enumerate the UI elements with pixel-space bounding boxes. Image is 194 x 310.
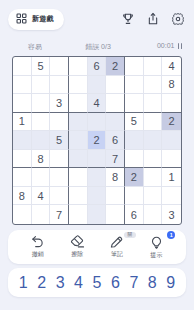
timer: 00:01 [157, 42, 175, 49]
sudoku-cell-r4c2[interactable] [32, 113, 51, 132]
hint-button[interactable]: 1 提示 [139, 230, 173, 264]
sudoku-cell-r7c3[interactable] [50, 168, 69, 187]
sudoku-cell-r2c8[interactable] [144, 76, 163, 95]
sudoku-cell-r8c9[interactable] [162, 187, 181, 206]
sudoku-cell-r9c1[interactable] [13, 205, 32, 224]
sudoku-cell-r6c4[interactable] [69, 150, 88, 169]
sudoku-cell-r5c4[interactable] [69, 131, 88, 150]
sudoku-cell-r8c1[interactable]: 8 [13, 187, 32, 206]
status-bar: 容易 錯誤 0/3 00:01 [14, 42, 182, 52]
sudoku-cell-r1c7[interactable] [125, 57, 144, 76]
sudoku-cell-r8c8[interactable] [144, 187, 163, 206]
numpad-key-1[interactable]: 1 [18, 273, 29, 293]
sudoku-cell-r7c8[interactable] [144, 168, 163, 187]
hint-count-badge: 1 [167, 231, 175, 239]
sudoku-cell-r4c5[interactable] [88, 113, 107, 132]
sudoku-cell-r8c6[interactable] [106, 187, 125, 206]
sudoku-cell-r5c9[interactable] [162, 131, 181, 150]
sudoku-cell-r6c9[interactable] [162, 150, 181, 169]
sudoku-cell-r2c4[interactable] [69, 76, 88, 95]
sudoku-cell-r3c2[interactable] [32, 94, 51, 113]
sudoku-cell-r5c2[interactable] [32, 131, 51, 150]
sudoku-cell-r4c9[interactable]: 2 [162, 113, 181, 132]
sudoku-cell-r1c9[interactable]: 4 [162, 57, 181, 76]
sudoku-cell-r1c1[interactable] [13, 57, 32, 76]
numpad-key-2[interactable]: 2 [36, 273, 47, 293]
sudoku-cell-r4c6[interactable] [106, 113, 125, 132]
sudoku-cell-r1c2[interactable]: 5 [32, 57, 51, 76]
sudoku-cell-r8c2[interactable]: 4 [32, 187, 51, 206]
sudoku-cell-r1c5[interactable]: 6 [88, 57, 107, 76]
numpad-key-7[interactable]: 7 [128, 273, 139, 293]
sudoku-cell-r3c4[interactable] [69, 94, 88, 113]
sudoku-cell-r7c2[interactable] [32, 168, 51, 187]
trophy-icon[interactable] [120, 11, 136, 27]
sudoku-cell-r7c4[interactable] [69, 168, 88, 187]
sudoku-cell-r2c5[interactable] [88, 76, 107, 95]
settings-icon[interactable] [170, 11, 186, 27]
pencil-icon [109, 235, 124, 248]
pause-icon[interactable] [178, 43, 183, 49]
top-bar: 新遊戲 [8, 8, 186, 30]
sudoku-cell-r6c1[interactable] [13, 150, 32, 169]
sudoku-cell-r3c3[interactable]: 3 [50, 94, 69, 113]
sudoku-cell-r9c2[interactable] [32, 205, 51, 224]
notes-toggle-badge: 關 [124, 232, 136, 238]
numpad-key-6[interactable]: 6 [110, 273, 121, 293]
number-pad: 123456789 [8, 268, 186, 297]
grid-icon [16, 10, 27, 28]
sudoku-cell-r9c4[interactable] [69, 205, 88, 224]
notes-button[interactable]: 關 筆記 [100, 230, 134, 264]
sudoku-cell-r6c2[interactable]: 8 [32, 150, 51, 169]
sudoku-cell-r3c7[interactable] [125, 94, 144, 113]
erase-label: 擦除 [71, 250, 83, 259]
sudoku-cell-r4c7[interactable]: 5 [125, 113, 144, 132]
sudoku-cell-r1c8[interactable] [144, 57, 163, 76]
sudoku-cell-r5c5[interactable]: 2 [88, 131, 107, 150]
sudoku-cell-r8c3[interactable] [50, 187, 69, 206]
sudoku-cell-r6c3[interactable] [50, 150, 69, 169]
sudoku-cell-r8c5[interactable] [88, 187, 107, 206]
sudoku-cell-r7c9[interactable]: 1 [162, 168, 181, 187]
sudoku-cell-r2c6[interactable] [106, 76, 125, 95]
sudoku-cell-r4c8[interactable] [144, 113, 163, 132]
sudoku-cell-r4c3[interactable] [50, 113, 69, 132]
sudoku-cell-r5c3[interactable]: 5 [50, 131, 69, 150]
sudoku-cell-r7c7[interactable]: 2 [125, 168, 144, 187]
sudoku-cell-r3c6[interactable] [106, 94, 125, 113]
sudoku-cell-r1c4[interactable] [69, 57, 88, 76]
sudoku-cell-r3c1[interactable] [13, 94, 32, 113]
top-icons [120, 11, 186, 27]
numpad-key-5[interactable]: 5 [92, 273, 103, 293]
sudoku-cell-r9c6[interactable] [106, 205, 125, 224]
sudoku-cell-r3c8[interactable] [144, 94, 163, 113]
sudoku-app: 新遊戲 [0, 0, 194, 310]
eraser-icon [70, 235, 85, 248]
sudoku-cell-r1c6[interactable]: 2 [106, 57, 125, 76]
numpad-key-4[interactable]: 4 [73, 273, 84, 293]
sudoku-cell-r5c8[interactable] [144, 131, 163, 150]
sudoku-cell-r5c6[interactable]: 6 [106, 131, 125, 150]
sudoku-cell-r3c9[interactable] [162, 94, 181, 113]
sudoku-cell-r6c8[interactable] [144, 150, 163, 169]
sudoku-cell-r8c4[interactable] [69, 187, 88, 206]
toolbar: 撤銷 擦除 關 筆記 1 [8, 230, 186, 264]
sudoku-cell-r2c1[interactable] [13, 76, 32, 95]
sudoku-cell-r5c1[interactable] [13, 131, 32, 150]
bulb-icon [149, 235, 164, 249]
sudoku-cell-r9c7[interactable]: 6 [125, 205, 144, 224]
undo-label: 撤銷 [32, 250, 44, 259]
sudoku-cell-r7c6[interactable]: 8 [106, 168, 125, 187]
sudoku-cell-r7c1[interactable] [13, 168, 32, 187]
sudoku-cell-r9c9[interactable]: 3 [162, 205, 181, 224]
sudoku-cell-r2c3[interactable] [50, 76, 69, 95]
sudoku-cell-r8c7[interactable] [125, 187, 144, 206]
sudoku-cell-r5c7[interactable] [125, 131, 144, 150]
sudoku-cell-r9c3[interactable]: 7 [50, 205, 69, 224]
sudoku-cell-r9c8[interactable] [144, 205, 163, 224]
sudoku-cell-r3c5[interactable]: 4 [88, 94, 107, 113]
erase-button[interactable]: 擦除 [60, 230, 94, 264]
sudoku-cell-r2c9[interactable]: 8 [162, 76, 181, 95]
new-game-button[interactable]: 新遊戲 [8, 9, 64, 30]
undo-icon [30, 235, 45, 248]
hint-label: 提示 [150, 251, 162, 260]
sudoku-board: 56248341525268782184763 [12, 56, 182, 225]
sudoku-cell-r7c5[interactable] [88, 168, 107, 187]
sudoku-cell-r4c1[interactable]: 1 [13, 113, 32, 132]
notes-label: 筆記 [111, 250, 123, 259]
sudoku-cell-r1c3[interactable] [50, 57, 69, 76]
sudoku-cell-r2c7[interactable] [125, 76, 144, 95]
sudoku-cell-r6c5[interactable] [88, 150, 107, 169]
sudoku-cell-r2c2[interactable] [32, 76, 51, 95]
sudoku-cell-r6c7[interactable] [125, 150, 144, 169]
share-icon[interactable] [145, 11, 161, 27]
numpad-key-8[interactable]: 8 [147, 273, 158, 293]
undo-button[interactable]: 撤銷 [21, 230, 55, 264]
sudoku-cell-r6c6[interactable]: 7 [106, 150, 125, 169]
numpad-key-9[interactable]: 9 [165, 273, 176, 293]
new-game-label: 新遊戲 [32, 14, 54, 24]
sudoku-cell-r9c5[interactable] [88, 205, 107, 224]
sudoku-cell-r4c4[interactable] [69, 113, 88, 132]
numpad-key-3[interactable]: 3 [55, 273, 66, 293]
